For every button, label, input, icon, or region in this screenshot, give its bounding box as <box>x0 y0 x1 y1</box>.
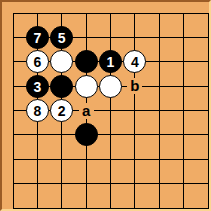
board-point <box>50 74 74 98</box>
stone-black <box>50 75 73 98</box>
board-point: 6 <box>25 50 49 74</box>
move-number: 4 <box>131 55 139 69</box>
stone-black-7: 7 <box>26 26 49 49</box>
board-point <box>98 74 122 98</box>
board-point: 2 <box>50 98 74 122</box>
board-point <box>74 123 98 147</box>
stone-black <box>75 50 98 73</box>
board-point: 7 <box>25 25 49 49</box>
board-point: 5 <box>50 25 74 49</box>
stone-white-2: 2 <box>50 99 73 122</box>
go-diagram: 12345678ab <box>0 0 211 211</box>
board-point <box>74 74 98 98</box>
move-number: 1 <box>107 55 115 69</box>
point-label-a: a <box>79 103 94 119</box>
stone-black <box>75 123 98 146</box>
board-point: 4 <box>123 50 147 74</box>
board-point <box>50 50 74 74</box>
move-number: 7 <box>33 31 41 45</box>
stone-black-1: 1 <box>99 50 122 73</box>
board-point: 3 <box>25 74 49 98</box>
move-number: 2 <box>58 104 66 118</box>
go-board: 12345678ab <box>1 1 211 211</box>
board-point: 1 <box>98 50 122 74</box>
board-point: 8 <box>25 98 49 122</box>
stone-white-6: 6 <box>26 50 49 73</box>
move-number: 3 <box>33 80 41 94</box>
stone-black-5: 5 <box>50 26 73 49</box>
stone-white-4: 4 <box>123 50 146 73</box>
board-point: b <box>123 74 147 98</box>
board-point: a <box>74 98 98 122</box>
move-number: 6 <box>33 55 41 69</box>
move-number: 5 <box>58 31 66 45</box>
point-label-b: b <box>127 78 142 94</box>
move-number: 8 <box>33 104 41 118</box>
stone-white <box>50 50 73 73</box>
stone-white <box>99 75 122 98</box>
stone-white <box>75 75 98 98</box>
stone-black-3: 3 <box>26 75 49 98</box>
stone-white-8: 8 <box>26 99 49 122</box>
board-point <box>74 50 98 74</box>
